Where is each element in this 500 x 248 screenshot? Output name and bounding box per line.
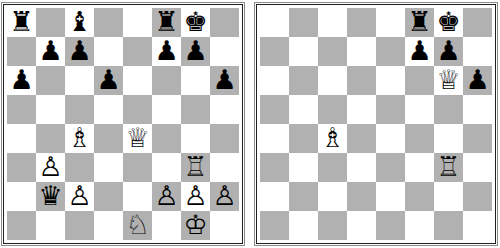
black-rook: ♜ (9, 8, 33, 36)
square-e8 (123, 8, 152, 37)
square-g8: ♚ (434, 8, 463, 37)
square-e1 (376, 211, 405, 240)
square-e3 (123, 153, 152, 182)
square-g4 (434, 124, 463, 153)
right-board: ♜♚♟♟♕♟♗♖ (260, 8, 492, 240)
square-g7: ♟ (434, 37, 463, 66)
square-f6 (405, 66, 434, 95)
square-f6 (152, 66, 181, 95)
square-c7 (318, 37, 347, 66)
square-f3 (405, 153, 434, 182)
square-g1 (434, 211, 463, 240)
square-d4 (347, 124, 376, 153)
square-h6: ♟ (463, 66, 492, 95)
square-h3 (210, 153, 239, 182)
white-bishop: ♗ (320, 124, 344, 152)
white-pawn: ♙ (154, 182, 178, 210)
square-b4 (36, 124, 65, 153)
square-a7 (260, 37, 289, 66)
square-h7 (210, 37, 239, 66)
square-d6: ♟ (94, 66, 123, 95)
black-queen: ♛ (38, 182, 62, 210)
square-h3 (463, 153, 492, 182)
square-a7 (7, 37, 36, 66)
square-f7: ♟ (405, 37, 434, 66)
black-bishop: ♝ (67, 8, 91, 36)
square-a4 (7, 124, 36, 153)
square-d8 (347, 8, 376, 37)
square-c8: ♝ (65, 8, 94, 37)
square-g7: ♟ (181, 37, 210, 66)
square-e4: ♕ (123, 124, 152, 153)
square-b6 (289, 66, 318, 95)
chess-diagram-pair: ♜♝♜♚♟♟♟♟♟♟♟♗♕♙♖♛♙♙♙♙♘♔ ♜♚♟♟♕♟♗♖ (0, 0, 500, 248)
square-g8: ♚ (181, 8, 210, 37)
square-e5 (376, 95, 405, 124)
square-b2: ♛ (36, 182, 65, 211)
square-f5 (152, 95, 181, 124)
white-pawn: ♙ (67, 182, 91, 210)
square-d7 (94, 37, 123, 66)
white-rook: ♖ (436, 153, 460, 181)
square-e8 (376, 8, 405, 37)
white-queen: ♕ (436, 66, 460, 94)
right-board-border: ♜♚♟♟♕♟♗♖ (256, 4, 496, 244)
square-c3 (318, 153, 347, 182)
square-h8 (210, 8, 239, 37)
square-e2 (376, 182, 405, 211)
square-b1 (289, 211, 318, 240)
black-pawn: ♟ (38, 37, 62, 65)
square-e7 (376, 37, 405, 66)
square-c6 (318, 66, 347, 95)
square-g6 (181, 66, 210, 95)
square-a5 (7, 95, 36, 124)
square-h5 (463, 95, 492, 124)
square-a3 (260, 153, 289, 182)
square-a8: ♜ (7, 8, 36, 37)
square-a6: ♟ (7, 66, 36, 95)
square-f2 (405, 182, 434, 211)
square-f4 (405, 124, 434, 153)
square-e6 (376, 66, 405, 95)
square-b3: ♙ (36, 153, 65, 182)
white-rook: ♖ (183, 153, 207, 181)
square-a6 (260, 66, 289, 95)
square-g4 (181, 124, 210, 153)
square-h1 (463, 211, 492, 240)
black-pawn: ♟ (154, 37, 178, 65)
square-c8 (318, 8, 347, 37)
right-board-frame: ♜♚♟♟♕♟♗♖ (254, 2, 498, 246)
square-g2: ♙ (181, 182, 210, 211)
black-pawn: ♟ (212, 66, 236, 94)
square-b2 (289, 182, 318, 211)
square-a1 (7, 211, 36, 240)
square-a2 (260, 182, 289, 211)
square-h4 (463, 124, 492, 153)
square-c4: ♗ (318, 124, 347, 153)
square-b1 (36, 211, 65, 240)
square-h6: ♟ (210, 66, 239, 95)
square-g5 (434, 95, 463, 124)
square-b7 (289, 37, 318, 66)
square-h2: ♙ (210, 182, 239, 211)
black-pawn: ♟ (407, 37, 431, 65)
square-c3 (65, 153, 94, 182)
square-c2 (318, 182, 347, 211)
square-f1 (405, 211, 434, 240)
white-pawn: ♙ (212, 182, 236, 210)
square-e5 (123, 95, 152, 124)
square-d1 (347, 211, 376, 240)
black-pawn: ♟ (465, 66, 489, 94)
white-queen: ♕ (125, 124, 149, 152)
black-pawn: ♟ (67, 37, 91, 65)
square-h5 (210, 95, 239, 124)
square-e2 (123, 182, 152, 211)
black-rook: ♜ (407, 8, 431, 36)
square-f4 (152, 124, 181, 153)
square-g5 (181, 95, 210, 124)
white-bishop: ♗ (67, 124, 91, 152)
square-g1: ♔ (181, 211, 210, 240)
square-c7: ♟ (65, 37, 94, 66)
square-b6 (36, 66, 65, 95)
square-d4 (94, 124, 123, 153)
square-b3 (289, 153, 318, 182)
square-d1 (94, 211, 123, 240)
square-c1 (318, 211, 347, 240)
square-a2 (7, 182, 36, 211)
square-c5 (318, 95, 347, 124)
black-king: ♚ (183, 8, 207, 36)
square-b8 (289, 8, 318, 37)
square-e3 (376, 153, 405, 182)
black-pawn: ♟ (183, 37, 207, 65)
square-h7 (463, 37, 492, 66)
square-b7: ♟ (36, 37, 65, 66)
square-a4 (260, 124, 289, 153)
black-pawn: ♟ (96, 66, 120, 94)
square-b5 (289, 95, 318, 124)
square-d3 (94, 153, 123, 182)
square-a8 (260, 8, 289, 37)
square-d6 (347, 66, 376, 95)
left-board: ♜♝♜♚♟♟♟♟♟♟♟♗♕♙♖♛♙♙♙♙♘♔ (7, 8, 239, 240)
square-d5 (347, 95, 376, 124)
square-h8 (463, 8, 492, 37)
square-h2 (463, 182, 492, 211)
square-e7 (123, 37, 152, 66)
square-d5 (94, 95, 123, 124)
black-pawn: ♟ (9, 66, 33, 94)
white-pawn: ♙ (183, 182, 207, 210)
square-g3: ♖ (181, 153, 210, 182)
square-g3: ♖ (434, 153, 463, 182)
square-b8 (36, 8, 65, 37)
square-d3 (347, 153, 376, 182)
square-f1 (152, 211, 181, 240)
square-d8 (94, 8, 123, 37)
black-rook: ♜ (154, 8, 178, 36)
square-c5 (65, 95, 94, 124)
square-f3 (152, 153, 181, 182)
white-pawn: ♙ (38, 153, 62, 181)
square-c1 (65, 211, 94, 240)
left-board-frame: ♜♝♜♚♟♟♟♟♟♟♟♗♕♙♖♛♙♙♙♙♘♔ (1, 2, 245, 246)
square-f8: ♜ (405, 8, 434, 37)
square-a1 (260, 211, 289, 240)
square-c4: ♗ (65, 124, 94, 153)
square-g6: ♕ (434, 66, 463, 95)
square-g2 (434, 182, 463, 211)
square-c2: ♙ (65, 182, 94, 211)
square-c6 (65, 66, 94, 95)
white-king: ♔ (183, 211, 207, 239)
left-board-border: ♜♝♜♚♟♟♟♟♟♟♟♗♕♙♖♛♙♙♙♙♘♔ (3, 4, 243, 244)
square-b4 (289, 124, 318, 153)
square-a3 (7, 153, 36, 182)
square-h1 (210, 211, 239, 240)
square-d2 (347, 182, 376, 211)
square-e6 (123, 66, 152, 95)
square-b5 (36, 95, 65, 124)
square-d7 (347, 37, 376, 66)
square-f8: ♜ (152, 8, 181, 37)
black-pawn: ♟ (436, 37, 460, 65)
square-e1: ♘ (123, 211, 152, 240)
square-f7: ♟ (152, 37, 181, 66)
square-f2: ♙ (152, 182, 181, 211)
square-e4 (376, 124, 405, 153)
square-d2 (94, 182, 123, 211)
square-f5 (405, 95, 434, 124)
white-knight: ♘ (125, 211, 149, 239)
square-h4 (210, 124, 239, 153)
black-king: ♚ (436, 8, 460, 36)
square-a5 (260, 95, 289, 124)
